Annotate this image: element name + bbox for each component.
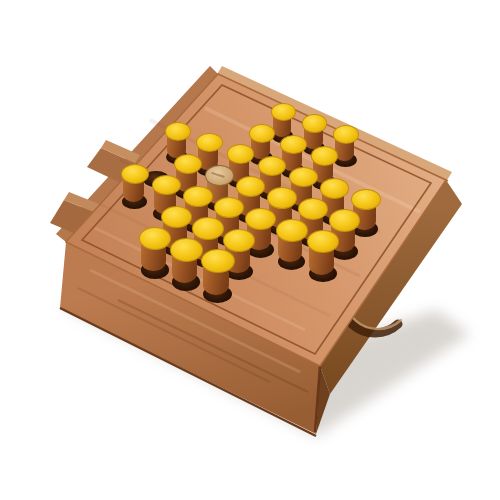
peg-grid — [0, 0, 500, 500]
yellow-peg-top-face — [174, 154, 202, 174]
yellow-peg-top-face — [351, 189, 381, 210]
yellow-peg-top-face — [227, 144, 255, 164]
yellow-peg-top-face — [249, 124, 275, 143]
yellow-peg-top-face — [121, 164, 150, 184]
yellow-peg-top-face — [139, 227, 171, 250]
yellow-peg-top-face — [280, 135, 307, 154]
yellow-peg-top-face — [245, 208, 276, 230]
yellow-peg-top-face — [258, 156, 286, 176]
yellow-peg-top-face — [289, 167, 318, 188]
yellow-peg-top-face — [192, 217, 224, 240]
yellow-peg-top-face — [165, 122, 191, 141]
yellow-peg-top-face — [183, 186, 213, 207]
product-photo-scene — [0, 0, 500, 500]
yellow-peg-top-face — [329, 209, 360, 231]
natural-peg-top-face — [205, 165, 234, 186]
yellow-peg-top-face — [276, 219, 308, 242]
yellow-peg-top-face — [302, 114, 328, 132]
yellow-peg-top-face — [236, 176, 265, 197]
yellow-peg-top-face — [196, 133, 223, 152]
yellow-peg-top-face — [201, 249, 235, 273]
wood-grain-mark — [211, 172, 225, 178]
yellow-peg-top-face — [311, 146, 339, 166]
yellow-peg-top-face — [170, 238, 203, 261]
yellow-peg-top-face — [333, 125, 359, 144]
yellow-peg-top-face — [320, 178, 349, 199]
yellow-peg-top-face — [271, 103, 296, 121]
yellow-peg-top-face — [267, 187, 297, 208]
yellow-peg-top-face — [223, 229, 255, 252]
